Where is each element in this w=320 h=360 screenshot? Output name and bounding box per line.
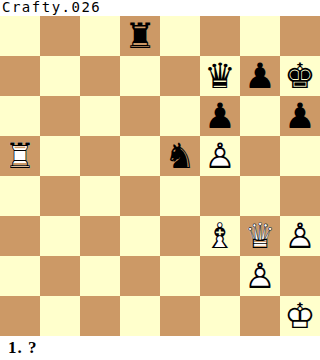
square-c8[interactable] [80,16,120,56]
piece-outline-layer: ♖ [0,136,40,176]
square-g1[interactable] [240,296,280,336]
square-a1[interactable] [0,296,40,336]
square-f4[interactable] [200,176,240,216]
square-e3[interactable] [160,216,200,256]
square-c5[interactable] [80,136,120,176]
square-d5[interactable] [120,136,160,176]
square-b1[interactable] [40,296,80,336]
square-e6[interactable] [160,96,200,136]
square-d3[interactable] [120,216,160,256]
square-g2[interactable]: ♟♙ [240,256,280,296]
square-f5[interactable]: ♟♙ [200,136,240,176]
square-g8[interactable] [240,16,280,56]
square-g4[interactable] [240,176,280,216]
square-h1[interactable]: ♚♔ [280,296,320,336]
square-c7[interactable] [80,56,120,96]
square-d6[interactable] [120,96,160,136]
square-b8[interactable] [40,16,80,56]
square-a7[interactable] [0,56,40,96]
square-f6[interactable]: ♟ [200,96,240,136]
chess-board: ♜♛♟♚♟♟♜♖♞♟♙♝♗♛♕♟♙♟♙♚♔ [0,16,320,336]
piece-outline-layer: ♙ [240,256,280,296]
square-a3[interactable] [0,216,40,256]
square-b3[interactable] [40,216,80,256]
square-a8[interactable] [0,16,40,56]
piece-white-queen: ♛♕ [240,216,280,256]
window-title: Crafty.026 [0,0,320,16]
piece-white-pawn: ♟♙ [240,256,280,296]
square-d8[interactable]: ♜ [120,16,160,56]
square-f2[interactable] [200,256,240,296]
square-e4[interactable] [160,176,200,216]
piece-white-bishop: ♝♗ [200,216,240,256]
square-b6[interactable] [40,96,80,136]
square-e2[interactable] [160,256,200,296]
square-c2[interactable] [80,256,120,296]
square-h2[interactable] [280,256,320,296]
piece-white-pawn: ♟♙ [280,216,320,256]
square-f1[interactable] [200,296,240,336]
square-c1[interactable] [80,296,120,336]
square-a6[interactable] [0,96,40,136]
piece-black-pawn: ♟ [280,96,320,136]
square-h5[interactable] [280,136,320,176]
square-c4[interactable] [80,176,120,216]
square-g3[interactable]: ♛♕ [240,216,280,256]
square-d4[interactable] [120,176,160,216]
square-f8[interactable] [200,16,240,56]
square-b2[interactable] [40,256,80,296]
square-e5[interactable]: ♞ [160,136,200,176]
piece-black-queen: ♛ [200,56,240,96]
square-h6[interactable]: ♟ [280,96,320,136]
square-h7[interactable]: ♚ [280,56,320,96]
square-h4[interactable] [280,176,320,216]
square-f7[interactable]: ♛ [200,56,240,96]
square-c3[interactable] [80,216,120,256]
square-g6[interactable] [240,96,280,136]
move-prompt: 1. ? [0,336,320,360]
square-b7[interactable] [40,56,80,96]
piece-white-king: ♚♔ [280,296,320,336]
square-a2[interactable] [0,256,40,296]
square-g7[interactable]: ♟ [240,56,280,96]
piece-white-pawn: ♟♙ [200,136,240,176]
square-d2[interactable] [120,256,160,296]
piece-outline-layer: ♗ [200,216,240,256]
square-a4[interactable] [0,176,40,216]
square-h3[interactable]: ♟♙ [280,216,320,256]
piece-outline-layer: ♕ [240,216,280,256]
piece-white-rook: ♜♖ [0,136,40,176]
square-e7[interactable] [160,56,200,96]
square-f3[interactable]: ♝♗ [200,216,240,256]
square-d7[interactable] [120,56,160,96]
square-e1[interactable] [160,296,200,336]
square-h8[interactable] [280,16,320,56]
square-b5[interactable] [40,136,80,176]
piece-black-pawn: ♟ [200,96,240,136]
piece-black-knight: ♞ [160,136,200,176]
square-d1[interactable] [120,296,160,336]
piece-black-rook: ♜ [120,16,160,56]
square-b4[interactable] [40,176,80,216]
piece-black-pawn: ♟ [240,56,280,96]
square-e8[interactable] [160,16,200,56]
piece-outline-layer: ♔ [280,296,320,336]
square-g5[interactable] [240,136,280,176]
piece-black-king: ♚ [280,56,320,96]
piece-outline-layer: ♙ [200,136,240,176]
square-c6[interactable] [80,96,120,136]
square-a5[interactable]: ♜♖ [0,136,40,176]
piece-outline-layer: ♙ [280,216,320,256]
